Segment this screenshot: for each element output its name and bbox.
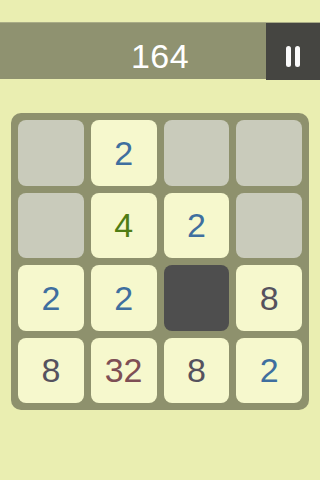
header-bar: 164 <box>0 22 320 79</box>
board-cell: 2 <box>164 193 230 259</box>
board-cell <box>236 193 302 259</box>
board-cell: 32 <box>91 338 157 404</box>
board-cell: 2 <box>91 120 157 186</box>
board-cell: 8 <box>236 265 302 331</box>
board-cell <box>18 193 84 259</box>
board-cell <box>164 120 230 186</box>
pause-icon <box>286 46 300 67</box>
board-cell <box>164 265 230 331</box>
board-cell <box>18 120 84 186</box>
pause-button[interactable] <box>266 23 320 80</box>
status-bar-area <box>0 0 320 22</box>
board-cell: 8 <box>18 338 84 404</box>
board-cell: 2 <box>18 265 84 331</box>
board-cell: 8 <box>164 338 230 404</box>
board-cell: 4 <box>91 193 157 259</box>
pause-bar-right <box>295 46 300 67</box>
score-display: 164 <box>131 39 189 73</box>
board-cell <box>236 120 302 186</box>
game-board[interactable]: 2 4 2 2 2 8 8 32 8 2 <box>11 113 309 410</box>
board-cell: 2 <box>91 265 157 331</box>
pause-bar-left <box>286 46 291 67</box>
board-cell: 2 <box>236 338 302 404</box>
